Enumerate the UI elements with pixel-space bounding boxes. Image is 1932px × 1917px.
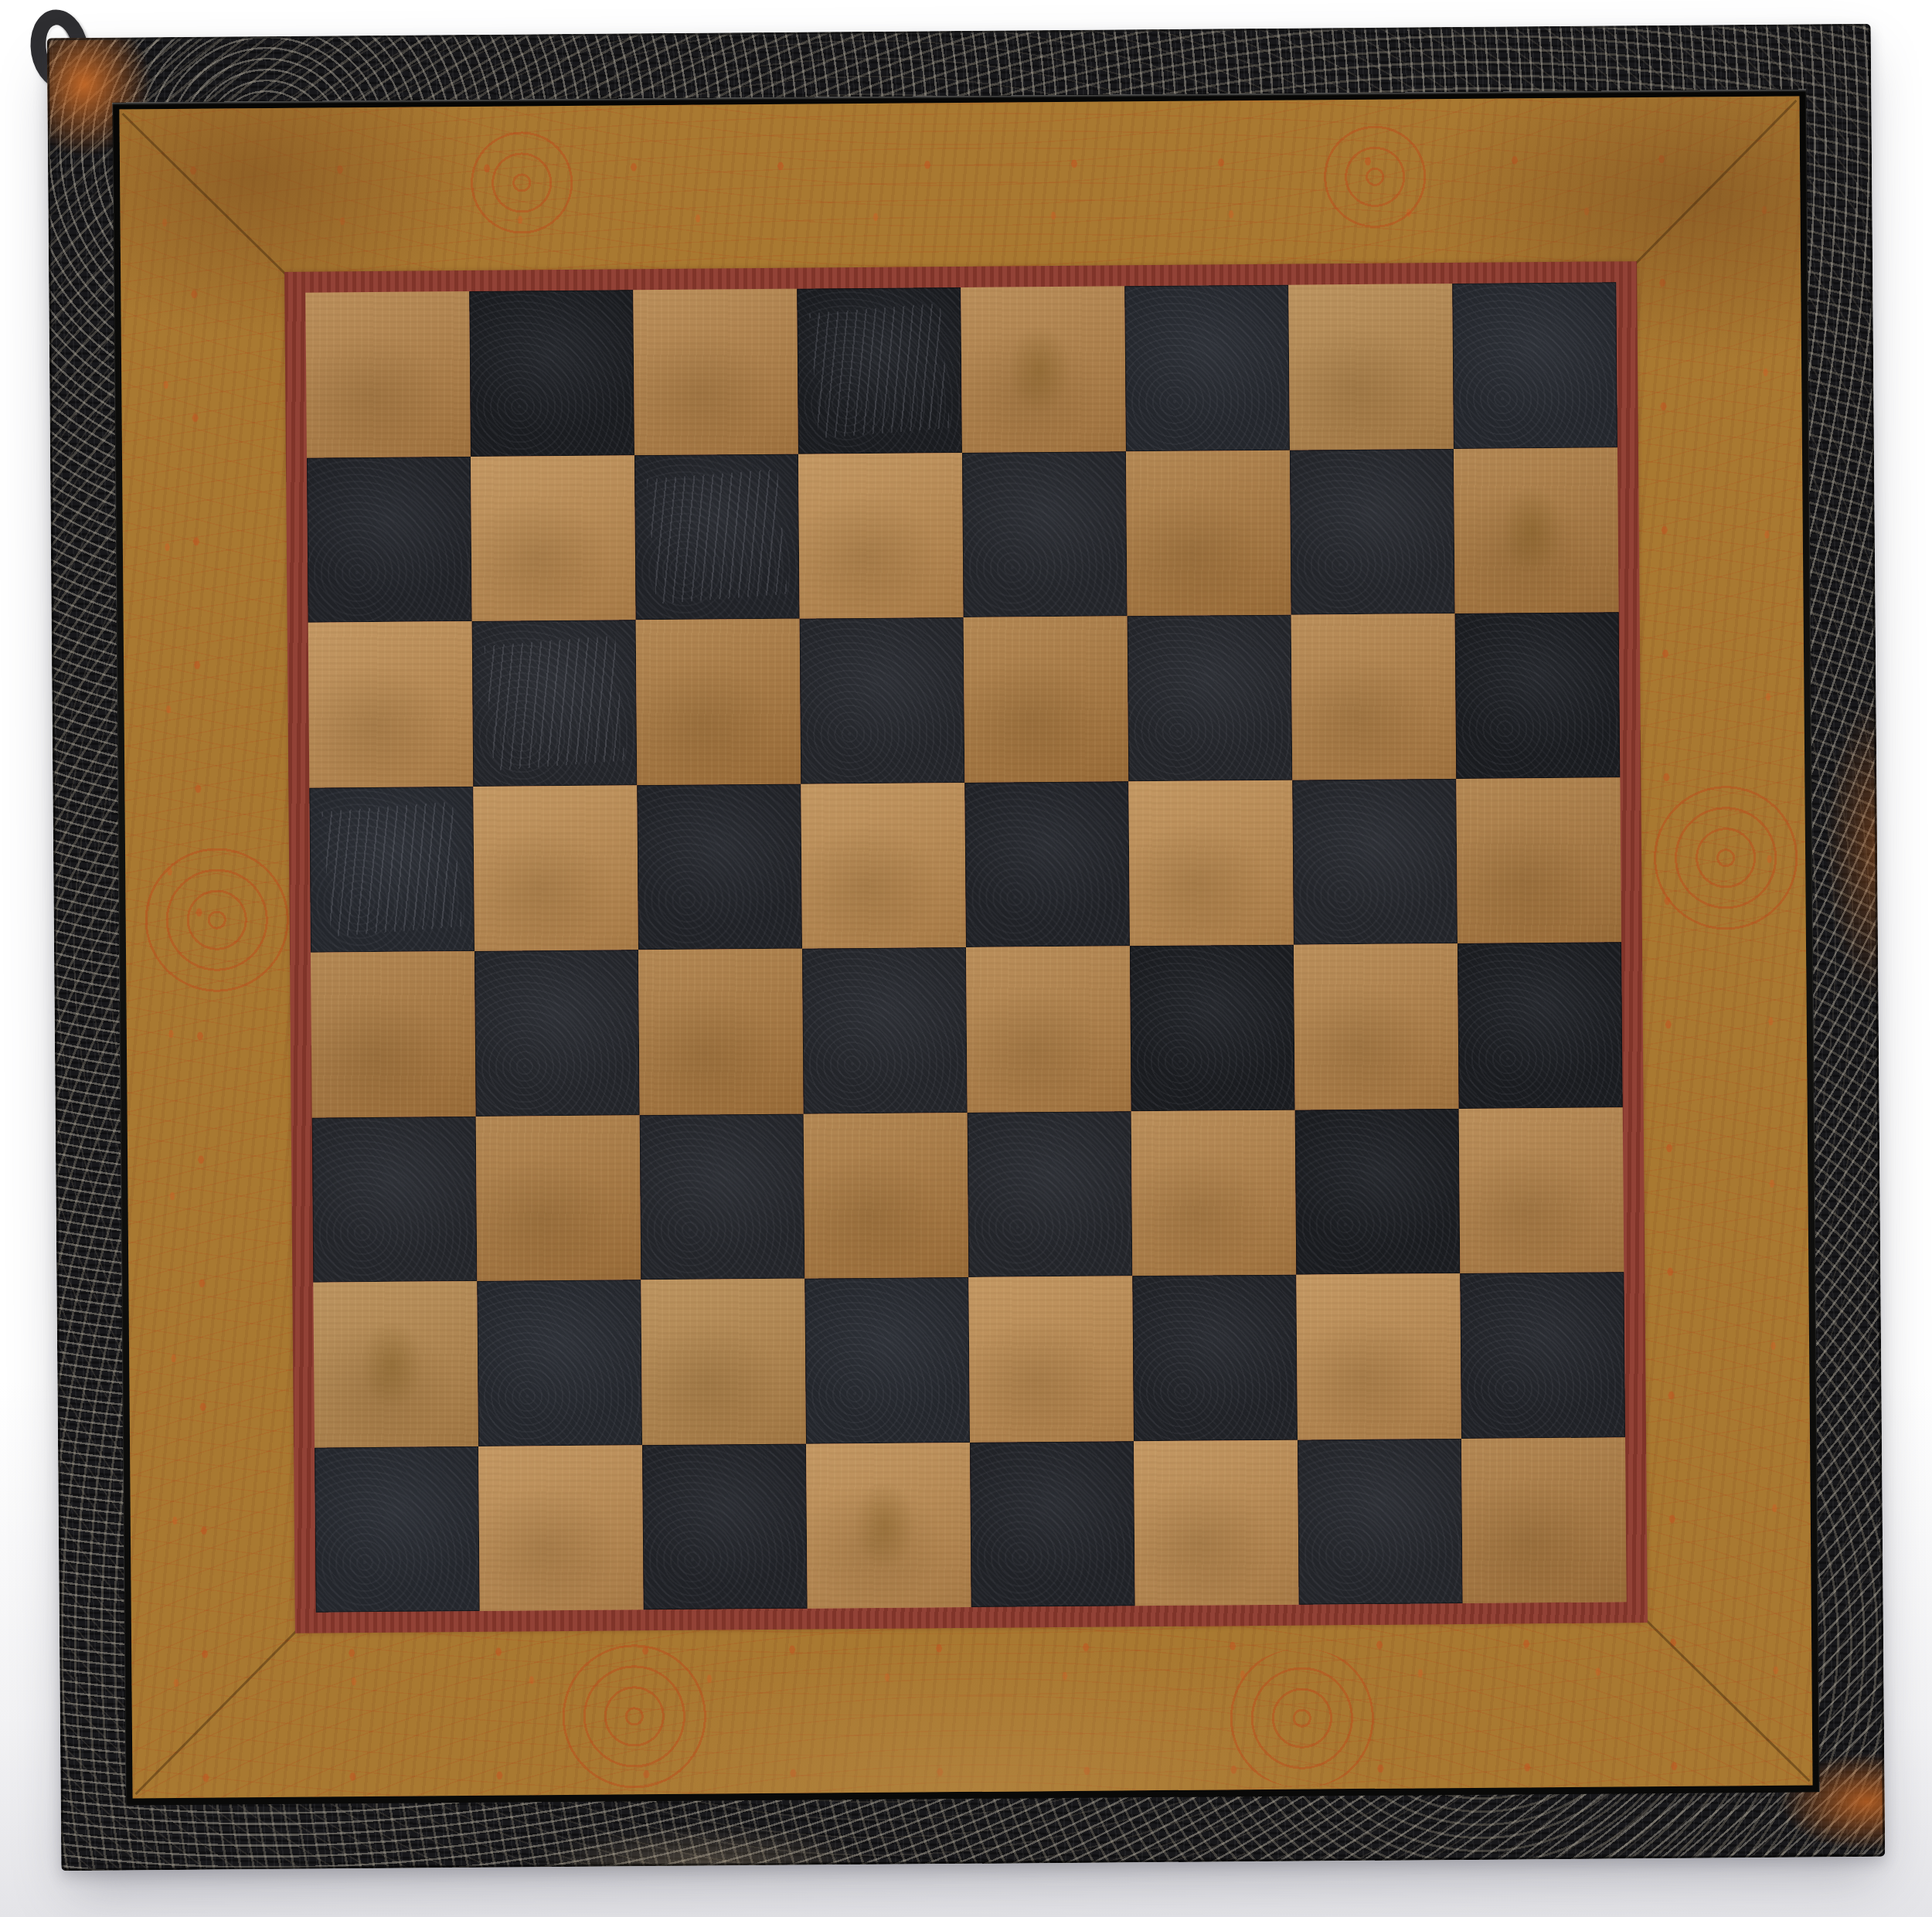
square-b5 <box>473 785 638 951</box>
square-c3 <box>640 1113 805 1280</box>
square-a5 <box>309 787 474 953</box>
grain-rosette <box>1313 114 1437 239</box>
square-h4 <box>1458 942 1623 1108</box>
square-a6 <box>308 621 474 787</box>
square-f4 <box>1130 945 1295 1111</box>
square-c7 <box>634 454 800 620</box>
square-f5 <box>1128 780 1294 946</box>
square-f2 <box>1132 1275 1298 1441</box>
grain-rosette <box>139 834 295 1006</box>
square-g2 <box>1296 1273 1461 1439</box>
square-c1 <box>642 1443 808 1609</box>
square-d3 <box>804 1112 969 1278</box>
square-h3 <box>1459 1107 1624 1273</box>
square-e4 <box>966 946 1131 1112</box>
square-b1 <box>478 1445 644 1611</box>
square-f7 <box>1126 450 1291 616</box>
border-miter-line <box>1644 1617 1811 1782</box>
square-f1 <box>1134 1439 1299 1606</box>
border-miter-line <box>135 1628 300 1795</box>
frame-seam <box>112 89 1819 1805</box>
board-frame <box>47 24 1886 1871</box>
square-c6 <box>636 619 801 785</box>
square-e1 <box>970 1441 1135 1607</box>
square-b3 <box>476 1115 641 1281</box>
square-g3 <box>1295 1108 1461 1274</box>
red-pinstripe-border <box>284 261 1648 1633</box>
square-d8 <box>797 287 962 454</box>
square-g7 <box>1290 449 1455 615</box>
square-b8 <box>469 290 634 456</box>
square-d2 <box>804 1277 970 1443</box>
square-h1 <box>1461 1437 1627 1603</box>
faux-grain-border <box>119 96 1812 1798</box>
square-g5 <box>1292 779 1458 945</box>
square-e8 <box>961 286 1126 452</box>
grain-rosette <box>1651 777 1800 940</box>
photo-background <box>0 0 1932 1917</box>
square-d1 <box>806 1442 971 1608</box>
square-e7 <box>962 451 1128 617</box>
square-g1 <box>1298 1438 1463 1604</box>
square-a7 <box>307 457 472 623</box>
border-miter-line <box>1633 100 1798 267</box>
square-e3 <box>968 1111 1133 1277</box>
square-a8 <box>305 291 471 457</box>
square-h8 <box>1452 282 1617 448</box>
square-h6 <box>1455 612 1621 778</box>
square-a2 <box>313 1281 478 1447</box>
border-miter-line <box>121 113 288 277</box>
square-a3 <box>312 1116 478 1282</box>
square-f3 <box>1131 1110 1297 1276</box>
square-a4 <box>311 951 476 1117</box>
square-a1 <box>315 1446 480 1612</box>
square-c5 <box>637 783 802 950</box>
grain-rosette <box>1224 1648 1379 1789</box>
square-d4 <box>802 947 968 1113</box>
square-g8 <box>1288 284 1454 450</box>
square-c4 <box>638 949 804 1115</box>
square-b4 <box>474 950 640 1116</box>
square-e6 <box>964 616 1129 782</box>
square-b6 <box>472 620 638 786</box>
grain-rosette <box>549 1643 719 1791</box>
grain-rosette <box>452 117 592 249</box>
square-e5 <box>964 781 1130 947</box>
checkerboard <box>305 282 1626 1612</box>
square-d6 <box>800 617 965 783</box>
square-f8 <box>1124 285 1290 451</box>
square-c8 <box>633 289 798 455</box>
square-b2 <box>477 1280 642 1446</box>
square-h7 <box>1454 447 1619 614</box>
square-f6 <box>1128 615 1293 781</box>
square-h2 <box>1460 1272 1625 1438</box>
square-d5 <box>801 783 966 949</box>
square-h5 <box>1456 777 1621 943</box>
square-b7 <box>471 455 636 621</box>
square-g4 <box>1294 943 1459 1110</box>
square-c2 <box>641 1279 806 1445</box>
square-g6 <box>1291 614 1457 780</box>
square-d7 <box>798 453 964 619</box>
square-e2 <box>968 1276 1134 1442</box>
